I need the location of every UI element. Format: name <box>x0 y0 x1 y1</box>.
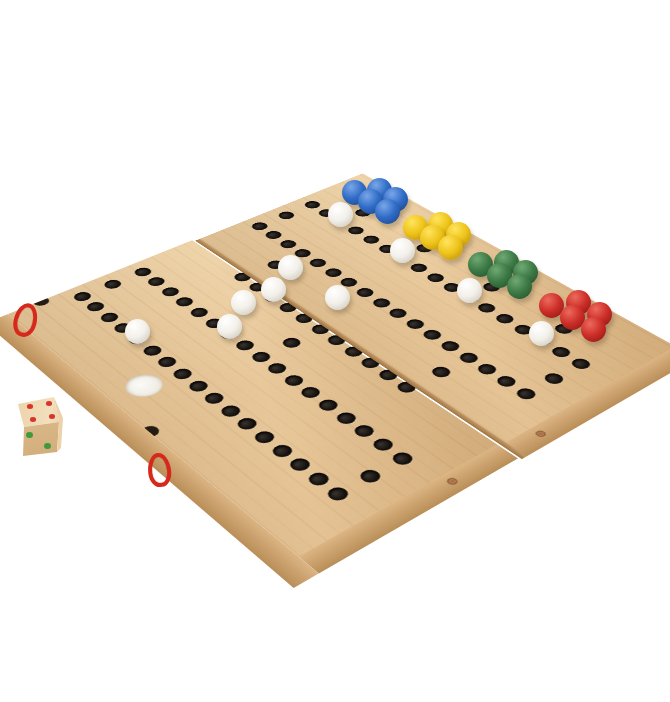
board-hole <box>233 339 257 353</box>
board-hole <box>323 485 351 503</box>
board-hole <box>281 373 306 388</box>
board-hole <box>541 371 566 386</box>
board-hole <box>475 362 500 376</box>
board-hole <box>457 351 482 365</box>
board-hole <box>97 311 120 324</box>
board-hole <box>202 317 226 330</box>
board-hole <box>140 344 164 358</box>
board-hole <box>315 398 341 413</box>
board-hole <box>188 306 211 319</box>
board-hole <box>494 374 519 389</box>
die-pip-green <box>26 432 33 438</box>
board-hole <box>263 229 285 240</box>
board-hole <box>71 290 94 303</box>
board-hole <box>548 345 573 359</box>
board-edge-face-near <box>299 444 518 573</box>
product-photo-scene <box>0 0 670 702</box>
board-hole <box>338 276 361 288</box>
die-pip-red <box>27 404 33 409</box>
board-hole <box>251 429 277 445</box>
board-hole <box>305 470 332 488</box>
board-hole <box>316 208 337 218</box>
board-hole <box>354 286 377 298</box>
board-hole <box>298 385 323 400</box>
board-hole <box>376 243 398 254</box>
board-hole <box>286 456 313 473</box>
board-hole <box>307 257 329 269</box>
board-notch <box>34 298 52 307</box>
board-hole <box>84 301 107 314</box>
board-hole <box>407 262 430 274</box>
board-hole <box>276 210 297 221</box>
goal-hole-white-disc <box>118 371 170 402</box>
board-hole <box>421 328 445 342</box>
board-hole <box>159 286 182 298</box>
board-hole <box>170 367 195 382</box>
board-hole <box>440 282 463 294</box>
board-hole <box>131 266 153 278</box>
board-hole <box>201 391 226 406</box>
board-hole <box>568 357 593 371</box>
board-hole <box>475 302 499 315</box>
board-hole <box>322 267 345 279</box>
board-hole <box>279 336 303 350</box>
wooden-die <box>14 396 74 458</box>
board-hole <box>269 443 296 460</box>
board-hole <box>265 361 290 375</box>
die-pip-red <box>46 401 52 406</box>
board-hole <box>249 350 273 364</box>
board-hole <box>360 234 382 245</box>
board-hole <box>370 436 397 453</box>
board-hole <box>301 200 322 210</box>
barricade-board <box>8 174 670 557</box>
board-hole <box>370 296 393 309</box>
board-hole <box>111 322 135 335</box>
board-hole <box>351 423 377 439</box>
board-hole <box>345 225 367 236</box>
board-hole <box>387 307 411 320</box>
board-hole <box>185 379 210 394</box>
board-hole <box>101 278 124 290</box>
board-hole <box>292 248 314 259</box>
board-hole <box>493 312 517 325</box>
die-pip-red <box>30 417 36 422</box>
board-hole <box>511 323 535 336</box>
board-hole <box>265 259 287 271</box>
board-hole <box>513 386 539 401</box>
board-hole <box>428 365 453 380</box>
board-hole <box>403 317 427 330</box>
board-hole <box>234 416 260 432</box>
board-hole <box>277 238 299 249</box>
die-pip-red <box>49 414 55 419</box>
die-pip-green <box>44 443 51 449</box>
board-hole <box>438 339 462 353</box>
board-hole <box>389 450 416 467</box>
board-hole <box>357 467 384 485</box>
board-hole <box>333 410 359 426</box>
board-hole <box>424 272 447 284</box>
board-hole <box>155 355 180 369</box>
board-hole <box>173 296 196 309</box>
board-hole <box>145 276 168 288</box>
board-hole <box>218 403 244 419</box>
board-hole <box>249 221 270 232</box>
